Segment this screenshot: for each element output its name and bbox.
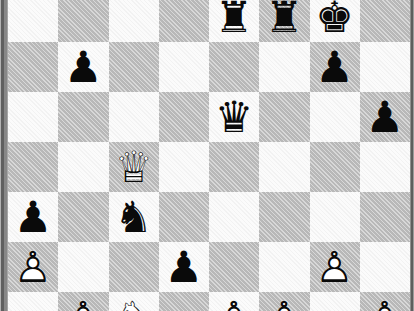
square-h7[interactable]: [360, 42, 410, 92]
square-e8[interactable]: ♜: [209, 0, 259, 42]
square-e3[interactable]: [209, 242, 259, 292]
square-f2[interactable]: ♙: [259, 292, 309, 311]
piece-black-rook: ♜: [259, 0, 309, 42]
piece-black-king: ♚: [310, 0, 360, 42]
square-h6[interactable]: ♟: [360, 92, 410, 142]
piece-white-pawn: ♙: [58, 292, 108, 311]
square-e7[interactable]: [209, 42, 259, 92]
board-left-border: [0, 0, 8, 311]
square-h2[interactable]: ♙: [360, 292, 410, 311]
board-right-border: [410, 0, 414, 311]
square-d3[interactable]: ♟: [159, 242, 209, 292]
square-c3[interactable]: [109, 242, 159, 292]
square-a4[interactable]: ♟: [8, 192, 58, 242]
chess-diagram: ♜♜♚♟♟♛♟♕♟♞♙♟♙♙♘♙♙♙: [0, 0, 414, 311]
piece-white-knight: ♘: [109, 292, 159, 311]
chess-board: ♜♜♚♟♟♛♟♕♟♞♙♟♙♙♘♙♙♙: [8, 0, 410, 311]
piece-black-rook: ♜: [209, 0, 259, 42]
piece-white-pawn: ♙: [310, 242, 360, 292]
square-c5[interactable]: ♕: [109, 142, 159, 192]
square-c8[interactable]: [109, 0, 159, 42]
piece-black-pawn: ♟: [58, 42, 108, 92]
square-g6[interactable]: [310, 92, 360, 142]
square-h3[interactable]: [360, 242, 410, 292]
square-g5[interactable]: [310, 142, 360, 192]
piece-white-pawn: ♙: [8, 242, 58, 292]
square-h8[interactable]: [360, 0, 410, 42]
piece-black-queen: ♛: [209, 92, 259, 142]
square-b6[interactable]: [58, 92, 108, 142]
square-e2[interactable]: ♙: [209, 292, 259, 311]
square-g4[interactable]: [310, 192, 360, 242]
square-d4[interactable]: [159, 192, 209, 242]
square-g8[interactable]: ♚: [310, 0, 360, 42]
square-b7[interactable]: ♟: [58, 42, 108, 92]
piece-black-pawn: ♟: [310, 42, 360, 92]
square-e4[interactable]: [209, 192, 259, 242]
piece-black-pawn: ♟: [159, 242, 209, 292]
piece-white-pawn: ♙: [360, 292, 410, 311]
square-e5[interactable]: [209, 142, 259, 192]
square-h4[interactable]: [360, 192, 410, 242]
piece-black-pawn: ♟: [360, 92, 410, 142]
piece-white-pawn: ♙: [259, 292, 309, 311]
square-b5[interactable]: [58, 142, 108, 192]
square-a5[interactable]: [8, 142, 58, 192]
square-h5[interactable]: [360, 142, 410, 192]
square-b4[interactable]: [58, 192, 108, 242]
square-b2[interactable]: ♙: [58, 292, 108, 311]
square-b8[interactable]: [58, 0, 108, 42]
square-f4[interactable]: [259, 192, 309, 242]
square-d8[interactable]: [159, 0, 209, 42]
square-d6[interactable]: [159, 92, 209, 142]
square-d2[interactable]: [159, 292, 209, 311]
square-b3[interactable]: [58, 242, 108, 292]
square-f3[interactable]: [259, 242, 309, 292]
square-g2[interactable]: [310, 292, 360, 311]
square-a8[interactable]: [8, 0, 58, 42]
square-e6[interactable]: ♛: [209, 92, 259, 142]
piece-black-knight: ♞: [109, 192, 159, 242]
square-f5[interactable]: [259, 142, 309, 192]
square-f6[interactable]: [259, 92, 309, 142]
square-f8[interactable]: ♜: [259, 0, 309, 42]
square-a7[interactable]: [8, 42, 58, 92]
square-c4[interactable]: ♞: [109, 192, 159, 242]
square-c6[interactable]: [109, 92, 159, 142]
piece-black-pawn: ♟: [8, 192, 58, 242]
square-d5[interactable]: [159, 142, 209, 192]
square-d7[interactable]: [159, 42, 209, 92]
square-g7[interactable]: ♟: [310, 42, 360, 92]
piece-white-queen: ♕: [109, 142, 159, 192]
piece-white-pawn: ♙: [209, 292, 259, 311]
square-c7[interactable]: [109, 42, 159, 92]
square-a2[interactable]: [8, 292, 58, 311]
square-c2[interactable]: ♘: [109, 292, 159, 311]
square-g3[interactable]: ♙: [310, 242, 360, 292]
square-f7[interactable]: [259, 42, 309, 92]
square-a3[interactable]: ♙: [8, 242, 58, 292]
square-a6[interactable]: [8, 92, 58, 142]
